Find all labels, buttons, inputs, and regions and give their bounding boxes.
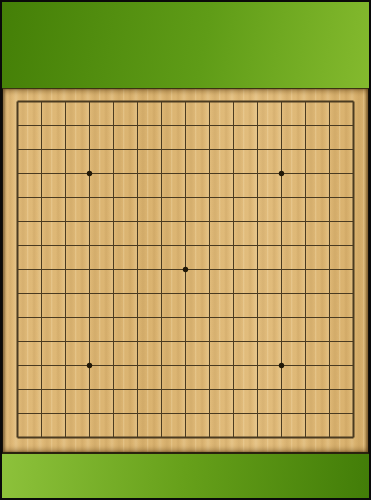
bottom-banner xyxy=(2,454,369,498)
star-point xyxy=(182,266,187,271)
app-screen xyxy=(0,0,371,500)
star-point xyxy=(278,362,283,367)
top-banner xyxy=(2,2,369,88)
goban-grid xyxy=(16,100,356,440)
star-point xyxy=(278,170,283,175)
star-point xyxy=(86,170,91,175)
star-point xyxy=(86,362,91,367)
go-board[interactable] xyxy=(2,88,369,454)
